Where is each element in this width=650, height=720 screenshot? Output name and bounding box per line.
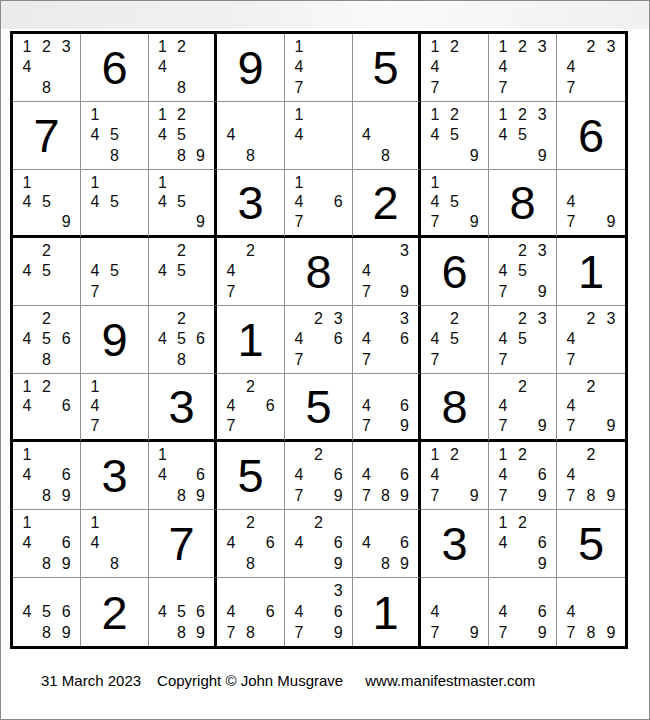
candidate-digit: 2 (309, 445, 329, 465)
cell-r5c5[interactable]: 23467 (285, 306, 353, 374)
pencil-marks: 3479 (353, 238, 418, 305)
candidate-digit (153, 309, 172, 329)
cell-r5c4[interactable]: 1 (217, 306, 285, 374)
candidate-digit: 4 (289, 329, 309, 349)
cell-r3c5[interactable]: 1467 (285, 170, 353, 238)
candidate-digit (357, 241, 376, 261)
candidate-digit (425, 581, 445, 602)
candidate-digit (464, 350, 484, 370)
candidate-digit: 4 (17, 329, 37, 349)
cell-r2c3[interactable]: 124589 (149, 102, 217, 170)
cell-r7c6[interactable]: 46789 (353, 442, 421, 510)
cell-r8c2[interactable]: 148 (81, 510, 149, 578)
candidate-digit: 5 (105, 261, 125, 281)
cell-r9c9[interactable]: 4789 (557, 578, 625, 646)
candidate-digit: 4 (153, 602, 172, 623)
cell-r8c9[interactable]: 5 (557, 510, 625, 578)
candidate-digit: 4 (153, 261, 172, 281)
cell-r9c1[interactable]: 45689 (13, 578, 81, 646)
candidate-digit (17, 241, 37, 261)
cell-r3c1[interactable]: 1459 (13, 170, 81, 238)
cell-r4c4[interactable]: 247 (217, 238, 285, 306)
candidate-digit: 4 (153, 57, 172, 77)
candidate-digit (260, 581, 280, 602)
candidate-digit: 5 (172, 602, 191, 623)
cell-r5c8[interactable]: 23457 (489, 306, 557, 374)
candidate-digit (124, 105, 144, 125)
candidate-digit (260, 125, 280, 145)
footer-date: 31 March 2023 (41, 672, 141, 689)
footer: 31 March 2023 Copyright © John Musgrave … (41, 672, 535, 689)
candidate-digit: 4 (493, 329, 513, 349)
cell-r1c8[interactable]: 12347 (489, 34, 557, 102)
cell-r5c6[interactable]: 3467 (353, 306, 421, 374)
pencil-marks: 2468 (217, 510, 284, 577)
candidate-digit: 4 (17, 602, 37, 623)
cell-r6c1[interactable]: 1246 (13, 374, 81, 442)
cell-r8c4[interactable]: 2468 (217, 510, 285, 578)
pencil-marks: 14689 (149, 442, 214, 509)
cell-r8c5[interactable]: 2469 (285, 510, 353, 578)
candidate-digit (581, 173, 601, 193)
cell-r1c5[interactable]: 147 (285, 34, 353, 102)
candidate-digit (191, 37, 210, 57)
solved-digit: 6 (81, 34, 148, 101)
candidate-digit: 1 (289, 173, 309, 193)
candidate-digit (581, 57, 601, 77)
candidate-digit (464, 57, 484, 77)
candidate-digit: 2 (445, 37, 465, 57)
candidate-digit (85, 241, 105, 261)
candidate-digit (17, 416, 37, 436)
candidate-digit (105, 397, 125, 417)
candidate-digit: 4 (493, 602, 513, 623)
header-band (1, 1, 649, 29)
sudoku-board: 1234861248914751247123472347714581245894… (10, 31, 628, 649)
candidate-digit: 2 (445, 309, 465, 329)
cell-r6c3[interactable]: 3 (149, 374, 217, 442)
cell-r7c1[interactable]: 14689 (13, 442, 81, 510)
pencil-marks: 4679 (353, 374, 418, 439)
cell-r6c2[interactable]: 147 (81, 374, 149, 442)
cell-r8c8[interactable]: 12469 (489, 510, 557, 578)
candidate-digit: 7 (289, 350, 309, 370)
candidate-digit: 3 (328, 581, 348, 602)
cell-r2c2[interactable]: 1458 (81, 102, 149, 170)
candidate-digit: 4 (357, 465, 376, 485)
candidate-digit (191, 445, 210, 465)
candidate-digit: 4 (289, 57, 309, 77)
candidate-digit (221, 241, 241, 261)
candidate-digit: 2 (172, 241, 191, 261)
candidate-digit (124, 193, 144, 213)
pencil-marks: 24568 (149, 306, 214, 373)
candidate-digit (357, 445, 376, 465)
cell-r3c7[interactable]: 14579 (421, 170, 489, 238)
candidate-digit: 2 (513, 241, 533, 261)
candidate-digit (357, 146, 376, 166)
cell-r7c7[interactable]: 12479 (421, 442, 489, 510)
cell-r2c6[interactable]: 48 (353, 102, 421, 170)
candidate-digit (191, 241, 210, 261)
cell-r8c3[interactable]: 7 (149, 510, 217, 578)
candidate-digit (153, 350, 172, 370)
solved-digit: 2 (81, 578, 148, 646)
candidate-digit (56, 309, 76, 329)
pencil-marks: 234579 (489, 238, 556, 305)
candidate-digit: 6 (395, 465, 414, 485)
candidate-digit: 9 (395, 282, 414, 302)
candidate-digit (464, 602, 484, 623)
candidate-digit: 4 (561, 329, 581, 349)
cell-r4c2[interactable]: 457 (81, 238, 149, 306)
cell-r4c1[interactable]: 245 (13, 238, 81, 306)
cell-r7c9[interactable]: 24789 (557, 442, 625, 510)
cell-r4c7[interactable]: 6 (421, 238, 489, 306)
candidate-digit: 4 (493, 397, 513, 417)
candidate-digit (153, 78, 172, 98)
candidate-digit (376, 445, 395, 465)
candidate-digit (581, 602, 601, 623)
candidate-digit: 7 (425, 486, 445, 506)
candidate-digit (328, 78, 348, 98)
candidate-digit (309, 554, 329, 574)
cell-r2c1[interactable]: 7 (13, 102, 81, 170)
candidate-digit: 1 (493, 513, 513, 533)
candidate-digit (105, 241, 125, 261)
candidate-digit: 3 (328, 309, 348, 329)
candidate-digit (124, 261, 144, 281)
cell-r7c8[interactable]: 124679 (489, 442, 557, 510)
cell-r4c5[interactable]: 8 (285, 238, 353, 306)
cell-r6c4[interactable]: 2467 (217, 374, 285, 442)
candidate-digit (581, 78, 601, 98)
candidate-digit: 8 (37, 622, 57, 643)
candidate-digit (309, 212, 329, 232)
candidate-digit: 8 (105, 146, 125, 166)
cell-r3c9[interactable]: 479 (557, 170, 625, 238)
pencil-marks: 12469 (489, 510, 556, 577)
candidate-digit: 9 (56, 486, 76, 506)
cell-r1c3[interactable]: 1248 (149, 34, 217, 102)
cell-r4c9[interactable]: 1 (557, 238, 625, 306)
cell-r3c6[interactable]: 2 (353, 170, 421, 238)
candidate-digit: 6 (191, 465, 210, 485)
candidate-digit (309, 533, 329, 553)
candidate-digit (241, 602, 261, 623)
cell-r1c7[interactable]: 1247 (421, 34, 489, 102)
candidate-digit: 1 (17, 513, 37, 533)
candidate-digit (17, 486, 37, 506)
candidate-digit: 9 (56, 622, 76, 643)
candidate-digit (124, 377, 144, 397)
candidate-digit: 9 (328, 554, 348, 574)
cell-r3c4[interactable]: 3 (217, 170, 285, 238)
cell-r3c3[interactable]: 1459 (149, 170, 217, 238)
candidate-digit (601, 78, 621, 98)
pencil-marks: 2479 (557, 374, 625, 439)
cell-r9c8[interactable]: 4679 (489, 578, 557, 646)
pencil-marks: 2457 (421, 306, 488, 373)
candidate-digit (532, 57, 552, 77)
cell-r5c3[interactable]: 24568 (149, 306, 217, 374)
candidate-digit: 2 (513, 309, 533, 329)
pencil-marks: 1459 (13, 170, 80, 235)
candidate-digit: 3 (532, 241, 552, 261)
candidate-digit (172, 212, 191, 232)
cell-r2c4[interactable]: 48 (217, 102, 285, 170)
candidate-digit: 4 (85, 397, 105, 417)
candidate-digit: 7 (289, 78, 309, 98)
candidate-digit: 4 (17, 533, 37, 553)
candidate-digit: 6 (56, 397, 76, 417)
cell-r5c7[interactable]: 2457 (421, 306, 489, 374)
candidate-digit (445, 622, 465, 643)
candidate-digit (581, 329, 601, 349)
solved-digit: 8 (489, 170, 556, 235)
candidate-digit: 4 (493, 533, 513, 553)
candidate-digit: 2 (241, 513, 261, 533)
cell-r6c5[interactable]: 5 (285, 374, 353, 442)
candidate-digit: 4 (289, 193, 309, 213)
candidate-digit (56, 78, 76, 98)
cell-r5c2[interactable]: 9 (81, 306, 149, 374)
candidate-digit (532, 445, 552, 465)
candidate-digit: 4 (425, 57, 445, 77)
candidate-digit: 1 (85, 105, 105, 125)
candidate-digit: 4 (17, 57, 37, 77)
candidate-digit (445, 350, 465, 370)
pencil-marks: 24568 (13, 306, 80, 373)
candidate-digit (289, 513, 309, 533)
solved-digit: 6 (557, 102, 625, 169)
candidate-digit (17, 309, 37, 329)
candidate-digit (601, 329, 621, 349)
candidate-digit (105, 533, 125, 553)
candidate-digit: 4 (85, 193, 105, 213)
pencil-marks: 14 (285, 102, 352, 169)
cell-r7c4[interactable]: 5 (217, 442, 285, 510)
candidate-digit (309, 173, 329, 193)
candidate-digit: 6 (395, 533, 414, 553)
candidate-digit: 9 (191, 622, 210, 643)
candidate-digit (241, 533, 261, 553)
solved-digit: 7 (149, 510, 214, 577)
candidate-digit: 2 (309, 513, 329, 533)
candidate-digit (309, 350, 329, 370)
candidate-digit: 1 (425, 173, 445, 193)
footer-copyright: Copyright © John Musgrave (157, 672, 343, 689)
candidate-digit: 7 (493, 486, 513, 506)
cell-r8c7[interactable]: 3 (421, 510, 489, 578)
candidate-digit: 8 (37, 554, 57, 574)
cell-r7c2[interactable]: 3 (81, 442, 149, 510)
candidate-digit: 6 (56, 329, 76, 349)
candidate-digit: 9 (56, 212, 76, 232)
candidate-digit (328, 37, 348, 57)
candidate-digit (601, 377, 621, 397)
solved-digit: 1 (217, 306, 284, 373)
candidate-digit (56, 282, 76, 302)
candidate-digit: 4 (357, 125, 376, 145)
candidate-digit: 5 (513, 125, 533, 145)
candidate-digit (241, 416, 261, 436)
candidate-digit: 3 (395, 309, 414, 329)
candidate-digit: 5 (37, 193, 57, 213)
candidate-digit: 7 (221, 416, 241, 436)
candidate-digit (124, 513, 144, 533)
pencil-marks: 23467 (285, 306, 352, 373)
pencil-marks: 12348 (13, 34, 80, 101)
cell-r5c9[interactable]: 2347 (557, 306, 625, 374)
pencil-marks: 24679 (285, 442, 352, 509)
candidate-digit (445, 173, 465, 193)
candidate-digit (445, 581, 465, 602)
candidate-digit (328, 445, 348, 465)
candidate-digit (601, 465, 621, 485)
candidate-digit (464, 465, 484, 485)
candidate-digit: 4 (561, 397, 581, 417)
candidate-digit: 2 (513, 377, 533, 397)
candidate-digit (513, 416, 533, 436)
cell-r2c8[interactable]: 123459 (489, 102, 557, 170)
cell-r3c2[interactable]: 145 (81, 170, 149, 238)
cell-r1c4[interactable]: 9 (217, 34, 285, 102)
candidate-digit (395, 261, 414, 281)
pencil-marks: 457 (81, 238, 148, 305)
cell-r9c2[interactable]: 2 (81, 578, 149, 646)
pencil-marks: 45689 (13, 578, 80, 646)
candidate-digit: 5 (445, 125, 465, 145)
pencil-marks: 147 (285, 34, 352, 101)
candidate-digit: 4 (85, 533, 105, 553)
candidate-digit: 2 (37, 37, 57, 57)
candidate-digit: 9 (532, 554, 552, 574)
cell-r1c1[interactable]: 12348 (13, 34, 81, 102)
cell-r7c5[interactable]: 24679 (285, 442, 353, 510)
cell-r6c7[interactable]: 8 (421, 374, 489, 442)
candidate-digit: 2 (37, 309, 57, 329)
cell-r8c1[interactable]: 14689 (13, 510, 81, 578)
cell-r4c6[interactable]: 3479 (353, 238, 421, 306)
candidate-digit (513, 146, 533, 166)
cell-r5c1[interactable]: 24568 (13, 306, 81, 374)
cell-r2c5[interactable]: 14 (285, 102, 353, 170)
candidate-digit (395, 350, 414, 370)
candidate-digit: 4 (289, 602, 309, 623)
candidate-digit (85, 212, 105, 232)
candidate-digit (376, 350, 395, 370)
cell-r8c6[interactable]: 4689 (353, 510, 421, 578)
candidate-digit (532, 377, 552, 397)
pencil-marks: 479 (557, 170, 625, 235)
candidate-digit (17, 78, 37, 98)
candidate-digit (191, 309, 210, 329)
candidate-digit (395, 105, 414, 125)
cell-r9c6[interactable]: 1 (353, 578, 421, 646)
candidate-digit (532, 329, 552, 349)
candidate-digit (289, 445, 309, 465)
candidate-digit: 8 (37, 486, 57, 506)
cell-r2c9[interactable]: 6 (557, 102, 625, 170)
candidate-digit (37, 533, 57, 553)
candidate-digit (105, 173, 125, 193)
cell-r7c3[interactable]: 14689 (149, 442, 217, 510)
cell-r1c9[interactable]: 2347 (557, 34, 625, 102)
pencil-marks: 2479 (489, 374, 556, 439)
cell-r1c6[interactable]: 5 (353, 34, 421, 102)
solved-digit: 9 (217, 34, 284, 101)
pencil-marks: 124589 (149, 102, 214, 169)
candidate-digit: 4 (289, 125, 309, 145)
candidate-digit (464, 125, 484, 145)
candidate-digit: 8 (581, 622, 601, 643)
pencil-marks: 2347 (557, 34, 625, 101)
candidate-digit (153, 581, 172, 602)
candidate-digit (260, 282, 280, 302)
cell-r2c7[interactable]: 12459 (421, 102, 489, 170)
candidate-digit: 6 (532, 533, 552, 553)
candidate-digit (309, 57, 329, 77)
candidate-digit (464, 581, 484, 602)
candidate-digit (357, 554, 376, 574)
pencil-marks: 12459 (421, 102, 488, 169)
candidate-digit (581, 581, 601, 602)
cell-r9c4[interactable]: 4678 (217, 578, 285, 646)
candidate-digit: 9 (464, 486, 484, 506)
cell-r6c6[interactable]: 4679 (353, 374, 421, 442)
candidate-digit: 9 (56, 554, 76, 574)
pencil-marks: 124679 (489, 442, 556, 509)
pencil-marks: 14689 (13, 510, 80, 577)
cell-r9c7[interactable]: 479 (421, 578, 489, 646)
candidate-digit: 6 (328, 193, 348, 213)
candidate-digit: 2 (581, 37, 601, 57)
candidate-digit (191, 125, 210, 145)
candidate-digit: 9 (532, 282, 552, 302)
candidate-digit: 7 (357, 486, 376, 506)
candidate-digit (105, 513, 125, 533)
cell-r4c8[interactable]: 234579 (489, 238, 557, 306)
candidate-digit: 5 (105, 125, 125, 145)
cell-r6c9[interactable]: 2479 (557, 374, 625, 442)
candidate-digit: 9 (464, 212, 484, 232)
cell-r6c8[interactable]: 2479 (489, 374, 557, 442)
candidate-digit: 8 (37, 350, 57, 370)
candidate-digit (221, 581, 241, 602)
candidate-digit (464, 173, 484, 193)
cell-r9c3[interactable]: 45689 (149, 578, 217, 646)
candidate-digit (124, 212, 144, 232)
candidate-digit: 4 (17, 193, 37, 213)
pencil-marks: 123459 (489, 102, 556, 169)
candidate-digit: 1 (85, 513, 105, 533)
candidate-digit (221, 554, 241, 574)
candidate-digit: 2 (513, 513, 533, 533)
cell-r3c8[interactable]: 8 (489, 170, 557, 238)
candidate-digit (445, 465, 465, 485)
candidate-digit: 2 (513, 445, 533, 465)
cell-r4c3[interactable]: 245 (149, 238, 217, 306)
candidate-digit (376, 125, 395, 145)
cell-r1c2[interactable]: 6 (81, 34, 149, 102)
candidate-digit (105, 416, 125, 436)
candidate-digit (124, 282, 144, 302)
candidate-digit: 3 (532, 37, 552, 57)
candidate-digit (357, 377, 376, 397)
cell-r9c5[interactable]: 34679 (285, 578, 353, 646)
candidate-digit (241, 261, 261, 281)
